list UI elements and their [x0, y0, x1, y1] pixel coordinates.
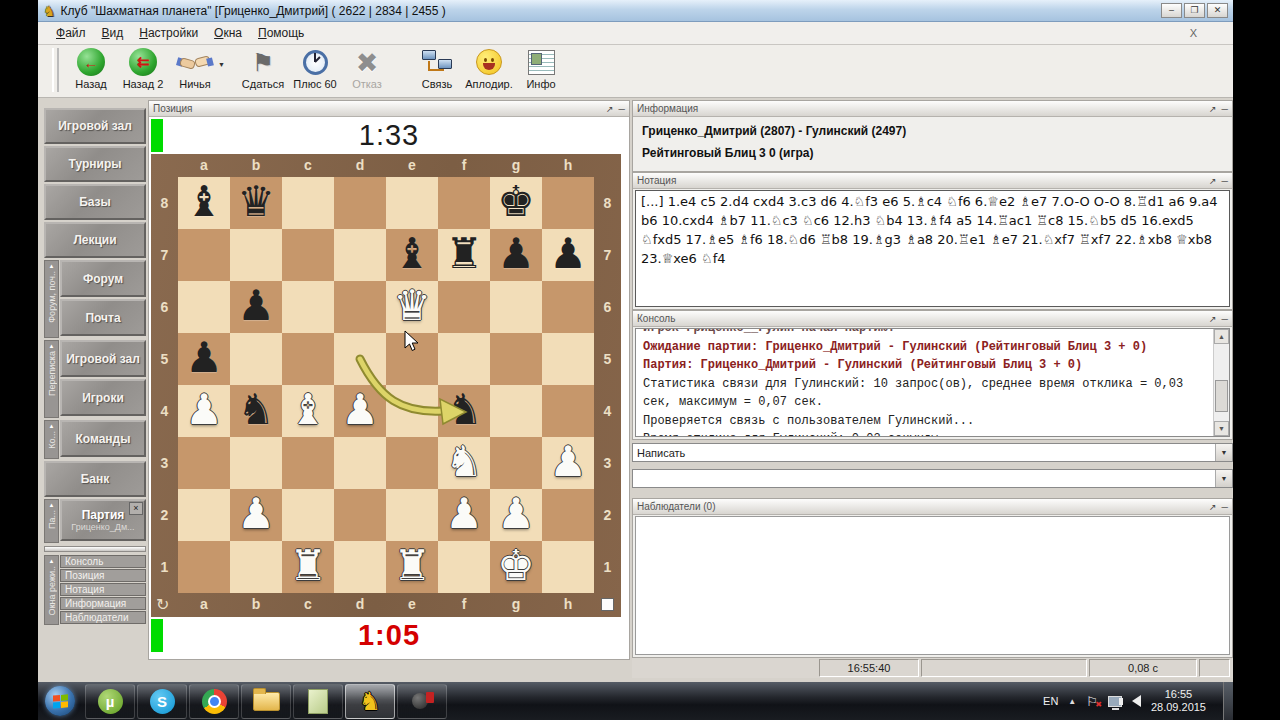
square-e7[interactable]: ♝	[386, 229, 438, 281]
file-label: a	[178, 593, 230, 617]
popout-icon[interactable]: ↗	[1209, 176, 1217, 186]
square-c6[interactable]	[282, 281, 334, 333]
clock-icon	[303, 46, 328, 78]
tray-time: 16:55	[1165, 688, 1193, 700]
console-line: Игрок Гриценко__Гулин начал партию.	[643, 328, 1205, 338]
rank-label: 4	[151, 385, 178, 437]
sidebar-group: ▲Ко...Команды	[44, 420, 146, 459]
square-a4[interactable]: ♟	[178, 385, 230, 437]
square-h5[interactable]	[542, 333, 594, 385]
toolbar-back2-button[interactable]: ⇇Назад 2	[117, 45, 169, 96]
file-label: c	[282, 154, 334, 177]
square-b5[interactable]	[230, 333, 282, 385]
square-h8[interactable]	[542, 177, 594, 229]
toolbar-label: Инфо	[526, 78, 555, 90]
party-col: ПартияГриценко_Дм...×	[60, 499, 146, 543]
black-clock: 1:33	[149, 117, 629, 154]
toolbar-label: Сдаться	[242, 78, 284, 90]
toolbar-smiley-button[interactable]: Аплодир.	[463, 45, 515, 96]
window-title: Клуб "Шахматная планета" [Гриценко_Дмитр…	[61, 4, 446, 18]
file-label: c	[282, 593, 334, 617]
piece-bQ-b8: ♛	[230, 177, 282, 229]
square-d4[interactable]: ♟	[334, 385, 386, 437]
rank-label: 4	[594, 385, 621, 437]
square-d2[interactable]	[334, 489, 386, 541]
collapse-arrow-icon[interactable]: ▲	[49, 421, 55, 431]
minimize-button[interactable]: –	[1161, 3, 1182, 18]
sidebar-group-strip[interactable]: ▲Переписка	[44, 340, 59, 418]
sidebar-button-Банк[interactable]: Банк	[44, 461, 146, 497]
square-e2[interactable]	[386, 489, 438, 541]
square-f2[interactable]: ♟	[438, 489, 490, 541]
toolbar-flag-button[interactable]: ⚑Сдаться	[237, 45, 289, 96]
system-tray: EN ▲ ⚐✖ 16:55 28.09.2015	[1043, 682, 1233, 720]
strip-label: Ко...	[47, 431, 57, 449]
mdi-close-button[interactable]: X	[1184, 26, 1203, 40]
file-label: e	[386, 593, 438, 617]
toolbar-cancel-button: ✖Отказ	[341, 45, 393, 96]
square-f1[interactable]	[438, 541, 490, 593]
dropdown-caret-icon[interactable]: ▼	[218, 61, 225, 68]
square-d3[interactable]	[334, 437, 386, 489]
close-party-icon[interactable]: ×	[129, 502, 143, 515]
sidebar-button-Игровой зал[interactable]: Игровой зал	[60, 340, 146, 377]
cancel-icon: ✖	[356, 46, 379, 78]
square-g2[interactable]: ♟	[490, 489, 542, 541]
collapse-arrow-icon[interactable]: ▲	[49, 556, 55, 566]
handshake-icon	[179, 46, 211, 78]
square-a3[interactable]	[178, 437, 230, 489]
rank-labels-right: 87654321	[594, 177, 621, 593]
info-panel: Информация ↗ ─ Гриценко_Дмитрий (2807) -…	[632, 100, 1233, 172]
sidebar-group-strip[interactable]: ▲Па...	[44, 499, 59, 543]
square-a6[interactable]	[178, 281, 230, 333]
rank-label: 2	[594, 489, 621, 541]
tray-date: 28.09.2015	[1151, 701, 1206, 713]
piece-wK-g1: ♚	[490, 541, 542, 593]
toolbar-label: Отказ	[352, 78, 382, 90]
console-panel-title: Консоль	[637, 313, 675, 324]
square-g1[interactable]: ♚	[490, 541, 542, 593]
sidebar-group-strip[interactable]: ▲Окна режи..	[44, 555, 59, 625]
status-empty-cell	[921, 659, 1087, 677]
window-mode-item-Нотация[interactable]: Нотация	[60, 583, 146, 596]
square-c4[interactable]: ♝	[282, 385, 334, 437]
scroll-thumb[interactable]	[1215, 380, 1228, 412]
square-b7[interactable]	[230, 229, 282, 281]
toolbar-back-button[interactable]: ←Назад	[65, 45, 117, 96]
sidebar-button-Игроки[interactable]: Игроки	[60, 379, 146, 416]
square-e4[interactable]	[386, 385, 438, 437]
piece-bP-g7: ♟	[490, 229, 542, 281]
status-latency: 0,08 с	[1089, 659, 1197, 677]
status-bar: 16:55:40 0,08 с	[632, 658, 1233, 678]
piece-wP-g2: ♟	[490, 489, 542, 541]
toolbar-network-button[interactable]: Связь	[411, 45, 463, 96]
flip-board-button[interactable]: ↻	[156, 594, 169, 616]
app-window: ♞ Клуб "Шахматная планета" [Гриценко_Дми…	[38, 0, 1233, 682]
file-label: f	[438, 593, 490, 617]
collapse-arrow-icon[interactable]: ▲	[49, 500, 55, 510]
popout-icon[interactable]: ↗	[1209, 314, 1217, 324]
taskbar-skype-button[interactable]: S	[137, 684, 187, 719]
console-line: Статистика связи для Гулинский: 10 запро…	[643, 375, 1205, 412]
mouse-cursor	[404, 330, 422, 354]
toolbar-info-button[interactable]: Инфо	[515, 45, 567, 96]
square-c7[interactable]	[282, 229, 334, 281]
square-f5[interactable]	[438, 333, 490, 385]
sidebar-button-Базы[interactable]: Базы	[44, 184, 146, 220]
square-e8[interactable]	[386, 177, 438, 229]
sidebar-button-Лекции[interactable]: Лекции	[44, 222, 146, 258]
piece-bB-a8: ♝	[178, 177, 230, 229]
toolbar-label: Плюс 60	[293, 78, 336, 90]
file-label: h	[542, 154, 594, 177]
minimize-panel-icon[interactable]: ─	[1222, 502, 1228, 512]
taskbar: µS♞ EN ▲ ⚐✖ 16:55 28.09.2015	[38, 682, 1233, 720]
toolbar-label: Ничья	[179, 78, 211, 90]
move-list[interactable]: [...] 1.e4 c5 2.d4 cxd4 3.c3 d6 4.♘f3 e6…	[635, 190, 1230, 307]
toolbar-label: Связь	[422, 78, 452, 90]
flag-icon: ⚑	[252, 46, 274, 78]
piece-wN-f3: ♞	[438, 437, 490, 489]
window-mode-item-Наблюдатели[interactable]: Наблюдатели	[60, 611, 146, 624]
file-label: f	[438, 154, 490, 177]
smiley-icon	[476, 46, 502, 78]
square-a5[interactable]: ♟	[178, 333, 230, 385]
speaker-icon[interactable]	[1132, 695, 1141, 707]
observers-list	[635, 516, 1230, 655]
board-squares: ♝♛♚♝♜♟♟♟♛♟♟♞♝♟♞♞♟♟♟♟♜♜♚	[178, 177, 594, 593]
chess-board: abcdefgh abcdefgh 87654321 87654321 ♝♛♚♝…	[151, 154, 621, 617]
piece-wP-f2: ♟	[438, 489, 490, 541]
rank-label: 2	[151, 489, 178, 541]
minimize-panel-icon[interactable]: ─	[1222, 176, 1228, 186]
party-tab[interactable]: ПартияГриценко_Дм...×	[60, 499, 146, 541]
rank-label: 3	[151, 437, 178, 489]
party-title: Партия	[82, 508, 125, 522]
square-d6[interactable]	[334, 281, 386, 333]
file-label: a	[178, 154, 230, 177]
rank-label: 8	[151, 177, 178, 229]
square-g8[interactable]: ♚	[490, 177, 542, 229]
sidebar-group-buttons: Команды	[60, 420, 146, 459]
utorrent-icon: µ	[98, 689, 123, 714]
rank-label: 1	[594, 541, 621, 593]
chevron-down-icon[interactable]: ▼	[1215, 470, 1232, 487]
square-g4[interactable]	[490, 385, 542, 437]
chevron-down-icon[interactable]: ▼	[1215, 444, 1232, 461]
taskbar-utorrent-button[interactable]: µ	[85, 684, 135, 719]
toolbar-label: Аплодир.	[465, 78, 512, 90]
position-panel-title: Позиция	[153, 103, 193, 114]
file-labels-bottom: abcdefgh	[178, 593, 594, 617]
square-f7[interactable]: ♜	[438, 229, 490, 281]
piece-bB-e7: ♝	[386, 229, 438, 281]
sidebar-group-buttons: Игровой залИгроки	[60, 340, 146, 418]
rank-label: 6	[594, 281, 621, 333]
rank-label: 5	[594, 333, 621, 385]
square-a7[interactable]	[178, 229, 230, 281]
language-indicator[interactable]: EN	[1043, 695, 1058, 707]
square-c8[interactable]	[282, 177, 334, 229]
console-line: Время отклика для Гулинский: 0,03 секунд…	[643, 430, 1205, 437]
sidebar-splitter[interactable]	[44, 546, 146, 552]
screen: ♞ Клуб "Шахматная планета" [Гриценко_Дми…	[0, 0, 1280, 720]
square-h1[interactable]	[542, 541, 594, 593]
piece-bR-f7: ♜	[438, 229, 490, 281]
tray-expand-icon[interactable]: ▲	[1068, 697, 1076, 706]
square-b6[interactable]: ♟	[230, 281, 282, 333]
popout-icon[interactable]: ↗	[1209, 104, 1217, 114]
popout-icon[interactable]: ↗	[1209, 502, 1217, 512]
piece-wR-c1: ♜	[282, 541, 334, 593]
piece-wB-c4: ♝	[282, 385, 334, 437]
rank-label: 5	[151, 333, 178, 385]
window-mode-item-Консоль[interactable]: Консоль	[60, 555, 146, 568]
console-log: Игрок Гриценко__Гулин начал партию.Ожида…	[635, 328, 1230, 437]
window-modes-col: КонсольПозицияНотацияИнформацияНаблюдате…	[60, 555, 146, 625]
square-d7[interactable]	[334, 229, 386, 281]
square-e6[interactable]: ♛	[386, 281, 438, 333]
piece-wP-d4: ♟	[334, 385, 386, 437]
taskbar-recorder-button[interactable]	[397, 684, 447, 719]
piece-wP-h3: ♟	[542, 437, 594, 489]
square-f6[interactable]	[438, 281, 490, 333]
piece-wQ-e6: ♛	[386, 281, 438, 333]
square-b4[interactable]: ♞	[230, 385, 282, 437]
square-h6[interactable]	[542, 281, 594, 333]
square-c2[interactable]	[282, 489, 334, 541]
file-labels-top: abcdefgh	[178, 154, 594, 177]
square-g7[interactable]: ♟	[490, 229, 542, 281]
taskbar-explorer-button[interactable]	[241, 684, 291, 719]
observers-panel-title: Наблюдатели (0)	[637, 501, 715, 512]
piece-wP-a4: ♟	[178, 385, 230, 437]
toolbar-clock-button[interactable]: Плюс 60	[289, 45, 341, 96]
sidebar-button-Турниры[interactable]: Турниры	[44, 146, 146, 182]
square-c3[interactable]	[282, 437, 334, 489]
piece-wP-b2: ♟	[230, 489, 282, 541]
black-clock-bar	[151, 119, 163, 152]
square-h7[interactable]: ♟	[542, 229, 594, 281]
square-f3[interactable]: ♞	[438, 437, 490, 489]
scroll-up-icon[interactable]: ▲	[1214, 329, 1229, 344]
sidebar-group-buttons: ФорумПочта	[60, 260, 146, 338]
strip-label: Па...	[47, 510, 57, 529]
close-button[interactable]: ✕	[1207, 3, 1228, 18]
piece-bN-b4: ♞	[230, 385, 282, 437]
restore-button[interactable]: ❐	[1184, 3, 1205, 18]
chrome-icon	[202, 689, 227, 714]
collapse-arrow-icon[interactable]: ▲	[49, 261, 55, 271]
console-line: Проверяется связь с пользователем Гулинс…	[643, 412, 1205, 431]
notation-panel-title: Нотация	[637, 175, 676, 186]
piece-bP-a5: ♟	[178, 333, 230, 385]
file-label: g	[490, 593, 542, 617]
square-b3[interactable]	[230, 437, 282, 489]
piece-wR-e1: ♜	[386, 541, 438, 593]
show-desktop-button[interactable]	[1223, 682, 1233, 720]
toolbar-label: Назад	[75, 78, 107, 90]
info-panel-title: Информация	[637, 103, 698, 114]
skype-icon: S	[150, 689, 175, 714]
square-c5[interactable]	[282, 333, 334, 385]
menu-item-Помощь[interactable]: Помощь	[250, 23, 312, 43]
square-g5[interactable]	[490, 333, 542, 385]
toolbar-label: Назад 2	[123, 78, 164, 90]
file-label: d	[334, 593, 386, 617]
taskbar-buttons: µS♞	[84, 684, 448, 719]
rank-label: 1	[151, 541, 178, 593]
piece-bP-h7: ♟	[542, 229, 594, 281]
square-a8[interactable]: ♝	[178, 177, 230, 229]
menu-item-Настройки[interactable]: Настройки	[131, 23, 206, 43]
square-f4[interactable]: ♞	[438, 385, 490, 437]
white-clock-bar	[151, 619, 163, 652]
position-panel: Позиция ↗ ─ 1:33 abcdefgh abcdefgh 87654…	[148, 100, 630, 660]
sidebar-button-Команды[interactable]: Команды	[60, 420, 146, 457]
console-line: Ожидание партии: Гриценко_Дмитрий - Гули…	[643, 338, 1205, 357]
file-label: h	[542, 593, 594, 617]
square-b2[interactable]: ♟	[230, 489, 282, 541]
square-c1[interactable]: ♜	[282, 541, 334, 593]
collapse-arrow-icon[interactable]: ▲	[49, 341, 55, 351]
window-mode-item-Позиция[interactable]: Позиция	[60, 569, 146, 582]
rank-label: 7	[594, 229, 621, 281]
observers-panel: Наблюдатели (0) ↗ ─	[632, 498, 1233, 658]
sidebar-button-Форум[interactable]: Форум	[60, 260, 146, 297]
sidebar-group: ▲ПерепискаИгровой залИгроки	[44, 340, 146, 418]
console-panel: Консоль ↗ ─ Игрок Гриценко__Гулин начал …	[632, 310, 1233, 440]
square-g3[interactable]	[490, 437, 542, 489]
rank-label: 7	[151, 229, 178, 281]
side-to-move-indicator	[601, 598, 614, 611]
sidebar-group-strip[interactable]: ▲Ко...	[44, 420, 59, 459]
explorer-icon	[253, 692, 280, 711]
window-mode-item-Информация[interactable]: Информация	[60, 597, 146, 610]
square-a1[interactable]	[178, 541, 230, 593]
minimize-panel-icon[interactable]: ─	[619, 104, 625, 114]
scroll-down-icon[interactable]: ▼	[1214, 421, 1229, 436]
taskbar-notes-button[interactable]	[293, 684, 343, 719]
menu-item-Окна[interactable]: Окна	[206, 23, 250, 43]
piece-bN-f4: ♞	[438, 385, 490, 437]
square-e1[interactable]: ♜	[386, 541, 438, 593]
chess-club-icon: ♞	[359, 689, 381, 714]
start-button[interactable]	[45, 686, 75, 716]
square-b1[interactable]	[230, 541, 282, 593]
toolbar-handshake-button[interactable]: Ничья▼	[169, 45, 221, 96]
rank-label: 6	[151, 281, 178, 333]
notes-icon	[308, 689, 328, 714]
app-knight-icon: ♞	[43, 3, 56, 19]
game-type-line: Рейтинговый Блиц 3 0 (игра)	[642, 146, 1223, 160]
menu-bar: ФайлВидНастройкиОкнаПомощь	[38, 22, 1233, 45]
chat-target-value: Написать	[633, 447, 1215, 459]
tray-clock[interactable]: 16:55 28.09.2015	[1151, 688, 1206, 714]
minimize-panel-icon[interactable]: ─	[1222, 314, 1228, 324]
sidebar-group-strip[interactable]: ▲Форум, поч..	[44, 260, 59, 338]
white-clock-row: 1:05	[149, 617, 629, 654]
white-clock: 1:05	[149, 617, 629, 654]
square-d5[interactable]	[334, 333, 386, 385]
sidebar: Игровой залТурнирыБазыЛекции▲Форум, поч.…	[44, 108, 146, 627]
party-subtitle: Гриценко_Дм...	[71, 522, 134, 532]
strip-label: Окна режи..	[47, 566, 57, 615]
file-label: g	[490, 154, 542, 177]
square-b8[interactable]: ♛	[230, 177, 282, 229]
file-label: d	[334, 154, 386, 177]
popout-icon[interactable]: ↗	[606, 104, 614, 114]
info-icon	[528, 46, 555, 78]
sidebar-group: ▲Форум, поч..ФорумПочта	[44, 260, 146, 338]
square-h2[interactable]	[542, 489, 594, 541]
sidebar-button-Игровой зал[interactable]: Игровой зал	[44, 108, 146, 144]
square-f8[interactable]	[438, 177, 490, 229]
status-end-cell	[1199, 659, 1230, 677]
action-center-icon[interactable]: ⚐✖	[1086, 694, 1098, 709]
square-g6[interactable]	[490, 281, 542, 333]
status-time: 16:55:40	[819, 659, 919, 677]
square-e3[interactable]	[386, 437, 438, 489]
notation-panel: Нотация ↗ ─ [...] 1.e4 c5 2.d4 cxd4 3.c3…	[632, 172, 1233, 310]
piece-bK-g8: ♚	[490, 177, 542, 229]
menu-item-Файл[interactable]: Файл	[48, 23, 94, 43]
square-d1[interactable]	[334, 541, 386, 593]
strip-label: Форум, поч..	[47, 271, 57, 323]
taskbar-chess-club-button[interactable]: ♞	[345, 684, 395, 719]
piece-bP-b6: ♟	[230, 281, 282, 333]
file-label: b	[230, 154, 282, 177]
menu-item-Вид[interactable]: Вид	[94, 23, 132, 43]
party-group: ▲Па...ПартияГриценко_Дм...×	[44, 499, 146, 543]
rank-labels-left: 87654321	[151, 177, 178, 593]
square-d8[interactable]	[334, 177, 386, 229]
title-bar: ♞ Клуб "Шахматная планета" [Гриценко_Дми…	[38, 0, 1233, 22]
file-label: b	[230, 593, 282, 617]
position-panel-header: Позиция ↗ ─	[149, 101, 629, 117]
chat-message-input[interactable]: ▼	[632, 469, 1233, 488]
file-label: e	[386, 154, 438, 177]
square-h4[interactable]	[542, 385, 594, 437]
square-h3[interactable]: ♟	[542, 437, 594, 489]
console-scrollbar[interactable]: ▲ ▼	[1213, 329, 1229, 436]
rank-label: 8	[594, 177, 621, 229]
taskbar-chrome-button[interactable]	[189, 684, 239, 719]
black-clock-row: 1:33	[149, 117, 629, 154]
windows-logo-icon	[53, 694, 67, 708]
square-a2[interactable]	[178, 489, 230, 541]
window-modes-group: ▲Окна режи..КонсольПозицияНотацияИнформа…	[44, 555, 146, 625]
sidebar-button-Почта[interactable]: Почта	[60, 299, 146, 336]
back2-icon: ⇇	[129, 46, 157, 78]
chat-target-select[interactable]: Написать ▼	[632, 443, 1233, 462]
console-line: Партия: Гриценко_Дмитрий - Гулинский (Ре…	[643, 356, 1205, 375]
back-icon: ←	[77, 46, 105, 78]
players-line: Гриценко_Дмитрий (2807) - Гулинский (249…	[642, 124, 1223, 138]
minimize-panel-icon[interactable]: ─	[1222, 104, 1228, 114]
rank-label: 3	[594, 437, 621, 489]
toolbar: ←Назад⇇Назад 2Ничья▼⚑СдатьсяПлюс 60✖Отка…	[38, 45, 1233, 98]
recorder-icon	[410, 689, 434, 713]
network-icon	[422, 46, 452, 78]
strip-label: Переписка	[47, 351, 57, 396]
